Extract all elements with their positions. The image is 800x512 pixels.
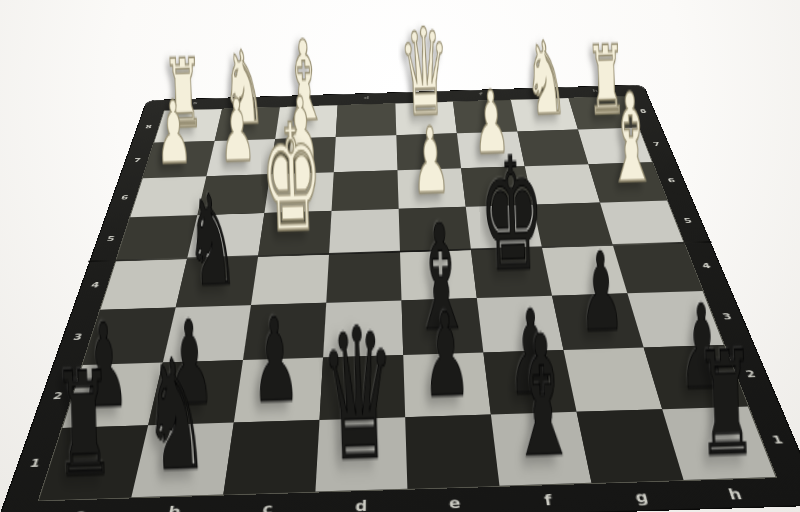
black-bishop-f1[interactable]: ♝ (501, 313, 584, 483)
chess-board-frame: ♜♞♝♛♞♜♟♟♟♟♟♝♚♞♚♝♟♟♟♟♟♟♟♜♞♛♝♜ abcdefgh ab… (0, 85, 800, 512)
square-d1[interactable]: ♛ (315, 417, 407, 491)
square-f1[interactable]: ♝ (491, 412, 592, 486)
square-a1[interactable]: ♜ (39, 425, 148, 500)
black-rook-a1[interactable]: ♜ (43, 351, 126, 497)
black-queen-d1[interactable]: ♛ (317, 304, 401, 488)
square-d8[interactable] (336, 104, 397, 138)
white-bishop-h6[interactable]: ♝ (601, 77, 662, 201)
file-label-f: f (500, 490, 596, 510)
square-h6[interactable]: ♝ (588, 162, 667, 202)
white-king-c5[interactable]: ♚ (259, 105, 324, 254)
white-pawn-a7[interactable]: ♟ (145, 89, 202, 177)
file-label-g: g (593, 488, 691, 508)
black-knight-b4[interactable]: ♞ (178, 178, 246, 305)
square-g1[interactable] (577, 409, 684, 483)
file-label-e: e (408, 493, 503, 512)
black-pawn-c2[interactable]: ♟ (237, 302, 313, 420)
black-rook-h1[interactable]: ♜ (685, 331, 768, 477)
white-knight-g8[interactable]: ♞ (519, 27, 574, 129)
file-label-b: b (126, 502, 223, 512)
square-e2[interactable]: ♟ (403, 353, 491, 418)
square-d7[interactable] (334, 135, 398, 172)
square-d5[interactable] (329, 209, 400, 254)
file-label-d: d (314, 496, 408, 512)
square-c2[interactable]: ♟ (234, 358, 323, 423)
square-c5[interactable]: ♚ (258, 211, 331, 256)
board-tilt-wrapper: ♜♞♝♛♞♜♟♟♟♟♟♝♚♞♚♝♟♟♟♟♟♟♟♜♞♛♝♜ abcdefgh ab… (80, 0, 719, 512)
file-label-a: a (31, 505, 129, 512)
black-king-f4[interactable]: ♚ (477, 137, 546, 296)
square-d6[interactable] (332, 170, 399, 211)
file-label-c: c (220, 499, 315, 512)
file-label-h: h (686, 485, 785, 504)
photo-background: ♜♞♝♛♞♜♟♟♟♟♟♝♚♞♚♝♟♟♟♟♟♟♟♜♞♛♝♜ abcdefgh ab… (0, 0, 800, 512)
square-c1[interactable] (223, 420, 319, 495)
square-b1[interactable]: ♞ (131, 423, 234, 498)
square-h1[interactable]: ♜ (662, 406, 775, 480)
white-pawn-b7[interactable]: ♟ (209, 87, 266, 175)
black-pawn-e2[interactable]: ♟ (408, 296, 484, 414)
file-label-top-d: d (338, 95, 395, 101)
square-e1[interactable] (405, 415, 499, 489)
black-knight-b1[interactable]: ♞ (134, 338, 217, 493)
